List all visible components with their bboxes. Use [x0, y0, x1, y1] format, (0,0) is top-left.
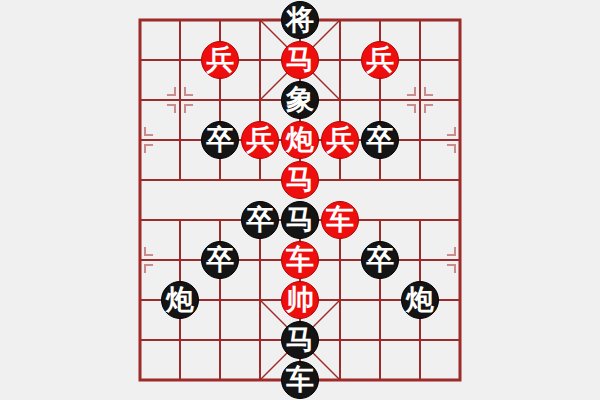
piece-red-chariot[interactable]: 车	[321, 201, 359, 239]
piece-red-horse[interactable]: 马	[281, 41, 319, 79]
piece-black-general[interactable]: 将	[281, 1, 319, 39]
piece-black-cannon[interactable]: 炮	[401, 281, 439, 319]
piece-red-cannon[interactable]: 炮	[281, 121, 319, 159]
piece-black-soldier[interactable]: 卒	[361, 241, 399, 279]
piece-black-soldier[interactable]: 卒	[201, 241, 239, 279]
piece-red-soldier[interactable]: 兵	[201, 41, 239, 79]
piece-red-soldier[interactable]: 兵	[241, 121, 279, 159]
piece-black-soldier[interactable]: 卒	[241, 201, 279, 239]
piece-black-soldier[interactable]: 卒	[361, 121, 399, 159]
piece-black-soldier[interactable]: 卒	[201, 121, 239, 159]
xiangqi-diagram: 将兵马兵象卒兵炮兵卒马卒马车卒车卒炮帅炮马车	[0, 0, 600, 400]
piece-black-elephant[interactable]: 象	[281, 81, 319, 119]
piece-black-chariot[interactable]: 车	[281, 361, 319, 399]
piece-red-general[interactable]: 帅	[281, 281, 319, 319]
piece-red-soldier[interactable]: 兵	[361, 41, 399, 79]
board-grid: 将兵马兵象卒兵炮兵卒马卒马车卒车卒炮帅炮马车	[120, 0, 480, 400]
piece-red-horse[interactable]: 马	[281, 161, 319, 199]
piece-red-soldier[interactable]: 兵	[321, 121, 359, 159]
piece-black-horse[interactable]: 马	[281, 201, 319, 239]
piece-black-cannon[interactable]: 炮	[161, 281, 199, 319]
piece-black-horse[interactable]: 马	[281, 321, 319, 359]
piece-red-chariot[interactable]: 车	[281, 241, 319, 279]
